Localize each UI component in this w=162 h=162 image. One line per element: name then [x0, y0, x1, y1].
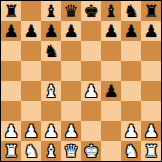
black-pawn[interactable]: ♟	[21, 21, 41, 41]
square-h7[interactable]: ♟	[141, 21, 161, 41]
square-e4[interactable]: ♟	[81, 81, 101, 101]
square-a4[interactable]	[1, 81, 21, 101]
square-a1[interactable]: ♜	[1, 141, 21, 161]
square-a3[interactable]	[1, 101, 21, 121]
black-pawn[interactable]: ♟	[121, 21, 141, 41]
square-g1[interactable]: ♞	[121, 141, 141, 161]
square-b2[interactable]: ♟	[21, 121, 41, 141]
square-g7[interactable]: ♟	[121, 21, 141, 41]
square-d7[interactable]: ♟	[61, 21, 81, 41]
square-e1[interactable]: ♚	[81, 141, 101, 161]
square-d8[interactable]: ♛	[61, 1, 81, 21]
white-pawn[interactable]: ♟	[41, 121, 61, 141]
square-a6[interactable]	[1, 41, 21, 61]
square-f4[interactable]: ♟	[101, 81, 121, 101]
square-f5[interactable]	[101, 61, 121, 81]
square-c7[interactable]: ♟	[41, 21, 61, 41]
square-g4[interactable]	[121, 81, 141, 101]
square-g8[interactable]: ♞	[121, 1, 141, 21]
square-f7[interactable]: ♟	[101, 21, 121, 41]
square-e3[interactable]	[81, 101, 101, 121]
white-rook[interactable]: ♜	[1, 141, 21, 161]
square-g6[interactable]	[121, 41, 141, 61]
square-a5[interactable]	[1, 61, 21, 81]
square-e7[interactable]	[81, 21, 101, 41]
white-king[interactable]: ♚	[81, 141, 101, 161]
white-pawn[interactable]: ♟	[21, 121, 41, 141]
square-f6[interactable]	[101, 41, 121, 61]
square-d4[interactable]	[61, 81, 81, 101]
square-g3[interactable]	[121, 101, 141, 121]
black-pawn[interactable]: ♟	[101, 21, 121, 41]
square-a7[interactable]: ♟	[1, 21, 21, 41]
white-knight[interactable]: ♞	[121, 141, 141, 161]
square-g2[interactable]: ♟	[121, 121, 141, 141]
square-b5[interactable]	[21, 61, 41, 81]
square-c4[interactable]: ♝	[41, 81, 61, 101]
black-knight[interactable]: ♞	[41, 41, 61, 61]
square-a8[interactable]: ♜	[1, 1, 21, 21]
square-f3[interactable]	[101, 101, 121, 121]
square-h3[interactable]	[141, 101, 161, 121]
square-d3[interactable]	[61, 101, 81, 121]
square-f1[interactable]	[101, 141, 121, 161]
black-rook[interactable]: ♜	[141, 1, 161, 21]
black-pawn[interactable]: ♟	[101, 81, 121, 101]
square-b8[interactable]	[21, 1, 41, 21]
square-b6[interactable]	[21, 41, 41, 61]
black-rook[interactable]: ♜	[1, 1, 21, 21]
square-h6[interactable]	[141, 41, 161, 61]
square-d5[interactable]	[61, 61, 81, 81]
chess-board: ♜♝♛♚♝♞♜♟♟♟♟♟♟♟♞♝♟♟♟♟♟♟♟♟♜♞♝♛♚♞♜	[0, 0, 162, 162]
square-c2[interactable]: ♟	[41, 121, 61, 141]
black-bishop[interactable]: ♝	[41, 1, 61, 21]
white-pawn[interactable]: ♟	[141, 121, 161, 141]
square-h5[interactable]	[141, 61, 161, 81]
white-pawn[interactable]: ♟	[81, 81, 101, 101]
square-b7[interactable]: ♟	[21, 21, 41, 41]
white-rook[interactable]: ♜	[141, 141, 161, 161]
white-pawn[interactable]: ♟	[61, 121, 81, 141]
square-e8[interactable]: ♚	[81, 1, 101, 21]
square-e6[interactable]	[81, 41, 101, 61]
black-pawn[interactable]: ♟	[141, 21, 161, 41]
square-e2[interactable]	[81, 121, 101, 141]
square-g5[interactable]	[121, 61, 141, 81]
white-pawn[interactable]: ♟	[1, 121, 21, 141]
square-f8[interactable]: ♝	[101, 1, 121, 21]
square-c3[interactable]	[41, 101, 61, 121]
square-d6[interactable]	[61, 41, 81, 61]
black-queen[interactable]: ♛	[61, 1, 81, 21]
square-b4[interactable]	[21, 81, 41, 101]
black-bishop[interactable]: ♝	[101, 1, 121, 21]
square-d2[interactable]: ♟	[61, 121, 81, 141]
square-c8[interactable]: ♝	[41, 1, 61, 21]
black-knight[interactable]: ♞	[121, 1, 141, 21]
square-a2[interactable]: ♟	[1, 121, 21, 141]
white-bishop[interactable]: ♝	[41, 81, 61, 101]
square-b3[interactable]	[21, 101, 41, 121]
square-c6[interactable]: ♞	[41, 41, 61, 61]
square-f2[interactable]	[101, 121, 121, 141]
square-e5[interactable]	[81, 61, 101, 81]
square-h4[interactable]	[141, 81, 161, 101]
square-h1[interactable]: ♜	[141, 141, 161, 161]
white-queen[interactable]: ♛	[61, 141, 81, 161]
black-pawn[interactable]: ♟	[1, 21, 21, 41]
square-b1[interactable]: ♞	[21, 141, 41, 161]
square-d1[interactable]: ♛	[61, 141, 81, 161]
white-knight[interactable]: ♞	[21, 141, 41, 161]
square-c5[interactable]	[41, 61, 61, 81]
black-pawn[interactable]: ♟	[61, 21, 81, 41]
square-h8[interactable]: ♜	[141, 1, 161, 21]
white-pawn[interactable]: ♟	[121, 121, 141, 141]
white-bishop[interactable]: ♝	[41, 141, 61, 161]
black-king[interactable]: ♚	[81, 1, 101, 21]
black-pawn[interactable]: ♟	[41, 21, 61, 41]
square-h2[interactable]: ♟	[141, 121, 161, 141]
square-c1[interactable]: ♝	[41, 141, 61, 161]
